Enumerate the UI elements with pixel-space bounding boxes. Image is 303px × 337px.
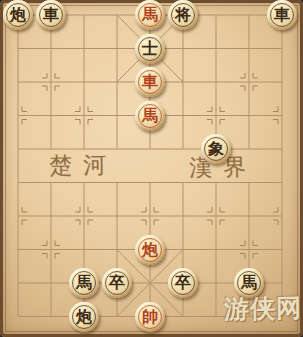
screenshot-root: 楚河 漢界 炮車馬将車士車馬象炮馬卒卒馬炮帥 游侠网 [0,0,303,337]
piece-glyph: 車 [267,0,297,30]
piece-red-general[interactable]: 帥 [135,302,165,332]
piece-black-elephant[interactable]: 象 [201,134,231,164]
pieces-layer: 炮車馬将車士車馬象炮馬卒卒馬炮帥 [0,0,303,337]
piece-glyph: 将 [168,0,198,30]
piece-glyph: 象 [201,134,231,164]
piece-glyph: 炮 [69,302,99,332]
piece-black-chariot[interactable]: 車 [267,0,297,30]
piece-glyph: 炮 [3,0,33,30]
piece-red-cannon[interactable]: 炮 [135,235,165,265]
piece-black-horse[interactable]: 馬 [69,268,99,298]
piece-glyph: 卒 [168,268,198,298]
piece-black-soldier[interactable]: 卒 [102,268,132,298]
piece-glyph: 帥 [135,302,165,332]
piece-black-cannon[interactable]: 炮 [3,0,33,30]
watermark-youxia-logo: 游侠网 [224,291,303,325]
piece-glyph: 車 [135,67,165,97]
piece-glyph: 卒 [102,268,132,298]
piece-glyph: 炮 [135,235,165,265]
piece-glyph: 車 [36,0,66,30]
piece-glyph: 士 [135,34,165,64]
xiangqi-board: 楚河 漢界 炮車馬将車士車馬象炮馬卒卒馬炮帥 游侠网 [0,0,303,337]
piece-glyph: 馬 [135,0,165,30]
piece-glyph: 馬 [69,268,99,298]
piece-black-advisor[interactable]: 士 [135,34,165,64]
piece-black-soldier[interactable]: 卒 [168,268,198,298]
piece-red-horse[interactable]: 馬 [135,101,165,131]
piece-black-general[interactable]: 将 [168,0,198,30]
piece-black-cannon[interactable]: 炮 [69,302,99,332]
piece-red-chariot[interactable]: 車 [135,67,165,97]
piece-black-chariot[interactable]: 車 [36,0,66,30]
piece-glyph: 馬 [135,101,165,131]
piece-red-horse[interactable]: 馬 [135,0,165,30]
